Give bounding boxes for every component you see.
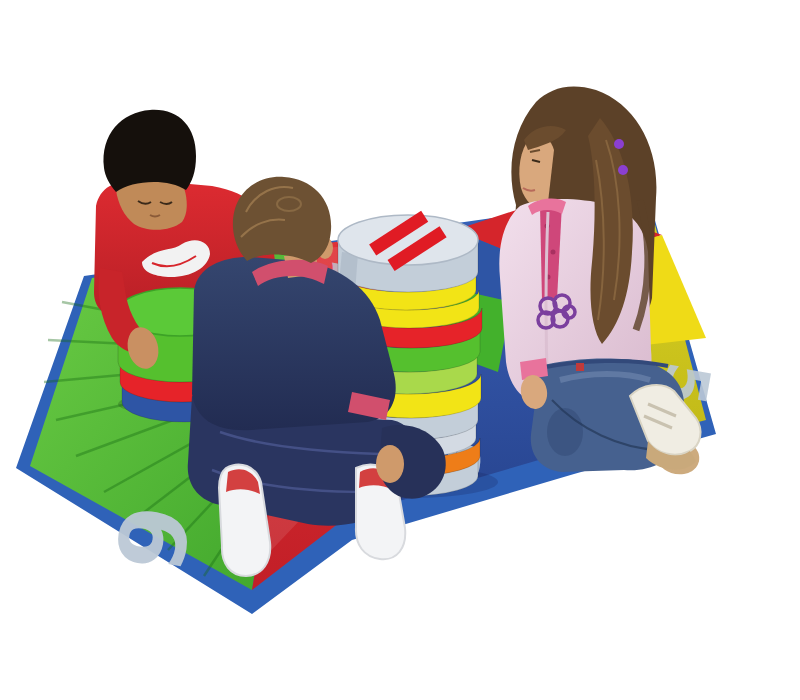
- photo-canvas: 1 6 3 8 5: [0, 0, 800, 700]
- hair-clip-lower: [618, 165, 628, 175]
- hair-clip-upper: [614, 139, 624, 149]
- soft-play-scene: 1 6 3 8 5: [0, 0, 800, 700]
- boy-red-hair: [104, 110, 196, 192]
- girl-knee-shade: [547, 408, 583, 456]
- boy-navy-hand: [376, 445, 404, 483]
